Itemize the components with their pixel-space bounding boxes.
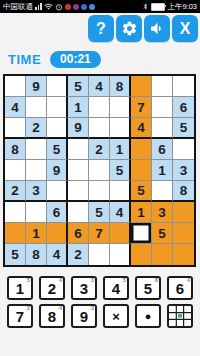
notification-dot-icon <box>81 4 87 10</box>
sudoku-cell-r8c9[interactable] <box>173 223 194 244</box>
sudoku-cell-r7c9[interactable] <box>173 202 194 223</box>
sudoku-cell-r4c6[interactable]: 1 <box>110 139 131 160</box>
sudoku-cell-r6c3[interactable] <box>47 181 68 202</box>
sudoku-cell-r7c4[interactable] <box>68 202 89 223</box>
erase-button[interactable]: × <box>103 304 129 328</box>
sudoku-cell-r1c4[interactable]: 5 <box>68 76 89 97</box>
digit-count-badge: 3 <box>91 305 94 311</box>
sudoku-cell-r4c5[interactable]: 2 <box>89 139 110 160</box>
notification-dot-icon <box>65 4 71 10</box>
digit-label: 8 <box>48 308 56 325</box>
wifi-icon <box>44 2 53 11</box>
digit-count-badge: 2 <box>27 305 30 311</box>
statusbar-clock: 上午9:03 <box>167 2 197 12</box>
sudoku-cell-r8c8[interactable]: 5 <box>152 223 173 244</box>
sudoku-cell-r5c8[interactable]: 1 <box>152 160 173 181</box>
digit-button-8[interactable]: 84 <box>39 304 65 328</box>
sudoku-cell-r9c1[interactable]: 5 <box>5 244 26 265</box>
signal-icon <box>35 3 42 10</box>
alarm-icon <box>55 3 63 11</box>
settings-button[interactable] <box>116 15 142 42</box>
battery-icon <box>151 3 165 11</box>
digit-count-badge: 3 <box>91 277 94 283</box>
sudoku-cell-r3c5[interactable] <box>89 118 110 139</box>
sudoku-cell-r7c3[interactable]: 6 <box>47 202 68 223</box>
sudoku-cell-r1c3[interactable] <box>47 76 68 97</box>
sudoku-cell-r6c6[interactable] <box>110 181 131 202</box>
sudoku-cell-r7c8[interactable]: 3 <box>152 202 173 223</box>
help-icon: ? <box>96 21 106 37</box>
candidates-grid-button[interactable] <box>167 304 193 328</box>
digit-label: 5 <box>144 280 152 297</box>
sudoku-cell-r1c6[interactable]: 8 <box>110 76 131 97</box>
sudoku-cell-r1c9[interactable] <box>173 76 194 97</box>
sudoku-cell-r4c9[interactable] <box>173 139 194 160</box>
erase-icon: × <box>112 310 120 323</box>
sudoku-cell-r3c7[interactable]: 4 <box>131 118 152 139</box>
sudoku-cell-r5c7[interactable] <box>131 160 152 181</box>
sudoku-cell-r6c1[interactable]: 2 <box>5 181 26 202</box>
digit-button-7[interactable]: 72 <box>7 304 33 328</box>
status-bar: 中国联通 上午9:03 <box>0 0 200 13</box>
close-icon: X <box>180 21 191 37</box>
sudoku-cell-r3c3[interactable] <box>47 118 68 139</box>
sudoku-cell-r4c2[interactable] <box>26 139 47 160</box>
sudoku-cell-r2c9[interactable]: 6 <box>173 97 194 118</box>
sudoku-cell-r1c7[interactable] <box>131 76 152 97</box>
sudoku-cell-r5c6[interactable]: 5 <box>110 160 131 181</box>
sudoku-cell-r7c6[interactable]: 4 <box>110 202 131 223</box>
sudoku-cell-r3c9[interactable]: 5 <box>173 118 194 139</box>
sudoku-cell-r2c8[interactable] <box>152 97 173 118</box>
digit-button-9[interactable]: 93 <box>71 304 97 328</box>
sudoku-cell-r7c2[interactable] <box>26 202 47 223</box>
sudoku-cell-r8c5[interactable]: 7 <box>89 223 110 244</box>
sudoku-cell-r6c9[interactable]: 8 <box>173 181 194 202</box>
sudoku-cell-r3c2[interactable]: 2 <box>26 118 47 139</box>
sudoku-cell-r4c1[interactable]: 8 <box>5 139 26 160</box>
close-button[interactable]: X <box>172 15 198 42</box>
sudoku-cell-r3c1[interactable] <box>5 118 26 139</box>
sudoku-cell-r9c8[interactable] <box>152 244 173 265</box>
sudoku-cell-r5c4[interactable] <box>68 160 89 181</box>
sudoku-cell-r2c4[interactable]: 1 <box>68 97 89 118</box>
digit-button-1[interactable]: 15 <box>7 276 33 300</box>
digit-label: 6 <box>176 280 184 297</box>
notification-dot-icon <box>73 4 79 10</box>
sudoku-cell-r5c3[interactable]: 9 <box>47 160 68 181</box>
sudoku-cell-r6c4[interactable] <box>68 181 89 202</box>
sudoku-cell-r7c7[interactable]: 1 <box>131 202 152 223</box>
sudoku-cell-r9c9[interactable] <box>173 244 194 265</box>
sudoku-cell-r9c2[interactable]: 8 <box>26 244 47 265</box>
sudoku-cell-r1c5[interactable]: 4 <box>89 76 110 97</box>
digit-count-badge: 4 <box>187 277 190 283</box>
sudoku-cell-r7c5[interactable]: 5 <box>89 202 110 223</box>
numpad-row-2: 728493× ● <box>7 304 193 328</box>
sudoku-cell-r5c5[interactable] <box>89 160 110 181</box>
mini-grid-icon <box>169 306 191 326</box>
digit-count-badge: 5 <box>27 277 30 283</box>
sudoku-cell-r3c8[interactable] <box>152 118 173 139</box>
sudoku-cell-r2c3[interactable] <box>47 97 68 118</box>
sudoku-cell-r3c6[interactable] <box>110 118 131 139</box>
digit-button-5[interactable]: 58 <box>135 276 161 300</box>
number-pad: 152433455864 728493× ● <box>7 276 193 328</box>
sudoku-cell-r9c4[interactable]: 2 <box>68 244 89 265</box>
digit-button-4[interactable]: 45 <box>103 276 129 300</box>
timer-row: TIME 00:21 <box>8 51 200 68</box>
sudoku-cell-r9c7[interactable] <box>131 244 152 265</box>
numpad-row-1: 152433455864 <box>7 276 193 300</box>
speaker-icon <box>149 20 166 37</box>
digit-label: 1 <box>16 280 24 297</box>
sudoku-cell-r6c2[interactable]: 3 <box>26 181 47 202</box>
sudoku-cell-r2c2[interactable] <box>26 97 47 118</box>
digit-count-badge: 5 <box>123 277 126 283</box>
sudoku-cell-r1c1[interactable] <box>5 76 26 97</box>
sudoku-board: 95484176294585216951323586541316755842 <box>3 74 196 267</box>
sudoku-cell-r7c1[interactable] <box>5 202 26 223</box>
sudoku-cell-r1c2[interactable]: 9 <box>26 76 47 97</box>
digit-label: 7 <box>16 308 24 325</box>
sudoku-cell-r9c3[interactable]: 4 <box>47 244 68 265</box>
sudoku-cell-r6c7[interactable]: 5 <box>131 181 152 202</box>
sound-button[interactable] <box>144 15 170 42</box>
sudoku-cell-r4c4[interactable] <box>68 139 89 160</box>
digit-count-badge: 4 <box>59 277 62 283</box>
digit-count-badge: 4 <box>59 305 62 311</box>
sudoku-cell-r6c5[interactable] <box>89 181 110 202</box>
sudoku-cell-r4c3[interactable]: 5 <box>47 139 68 160</box>
bluetooth-icon <box>142 2 149 11</box>
sudoku-cell-r6c8[interactable] <box>152 181 173 202</box>
gear-icon <box>121 20 138 37</box>
sudoku-cell-r8c3[interactable] <box>47 223 68 244</box>
sudoku-cell-r2c7[interactable]: 7 <box>131 97 152 118</box>
sudoku-cell-r8c1[interactable] <box>5 223 26 244</box>
sudoku-cell-r8c6[interactable] <box>110 223 131 244</box>
digit-button-6[interactable]: 64 <box>167 276 193 300</box>
digit-button-2[interactable]: 24 <box>39 276 65 300</box>
sudoku-cell-r4c7[interactable] <box>131 139 152 160</box>
timer-label: TIME <box>8 52 41 67</box>
sudoku-cell-r8c2[interactable]: 1 <box>26 223 47 244</box>
help-button[interactable]: ? <box>88 15 114 42</box>
sudoku-cell-r8c4[interactable]: 6 <box>68 223 89 244</box>
carrier-label: 中国联通 <box>3 2 33 12</box>
sudoku-cell-r9c6[interactable] <box>110 244 131 265</box>
notification-dot-icon <box>89 4 95 10</box>
sudoku-cell-r2c5[interactable] <box>89 97 110 118</box>
digit-count-badge: 8 <box>155 277 158 283</box>
pen-button[interactable]: ● <box>135 304 161 328</box>
digit-label: 3 <box>80 280 88 297</box>
sudoku-cell-r2c1[interactable]: 4 <box>5 97 26 118</box>
pen-dot-icon: ● <box>145 311 152 322</box>
sudoku-cell-r4c8[interactable]: 6 <box>152 139 173 160</box>
timer-value: 00:21 <box>50 51 101 68</box>
toolbar: ? X <box>0 15 198 42</box>
digit-label: 4 <box>112 280 120 297</box>
sudoku-cell-r9c5[interactable] <box>89 244 110 265</box>
sudoku-cell-r8c7[interactable] <box>131 223 152 244</box>
digit-button-3[interactable]: 33 <box>71 276 97 300</box>
sudoku-cell-r5c9[interactable]: 3 <box>173 160 194 181</box>
sudoku-cell-r2c6[interactable] <box>110 97 131 118</box>
sudoku-cell-r3c4[interactable]: 9 <box>68 118 89 139</box>
sudoku-cell-r5c2[interactable] <box>26 160 47 181</box>
sudoku-cell-r5c1[interactable] <box>5 160 26 181</box>
digit-label: 9 <box>80 308 88 325</box>
sudoku-cell-r1c8[interactable] <box>152 76 173 97</box>
digit-label: 2 <box>48 280 56 297</box>
